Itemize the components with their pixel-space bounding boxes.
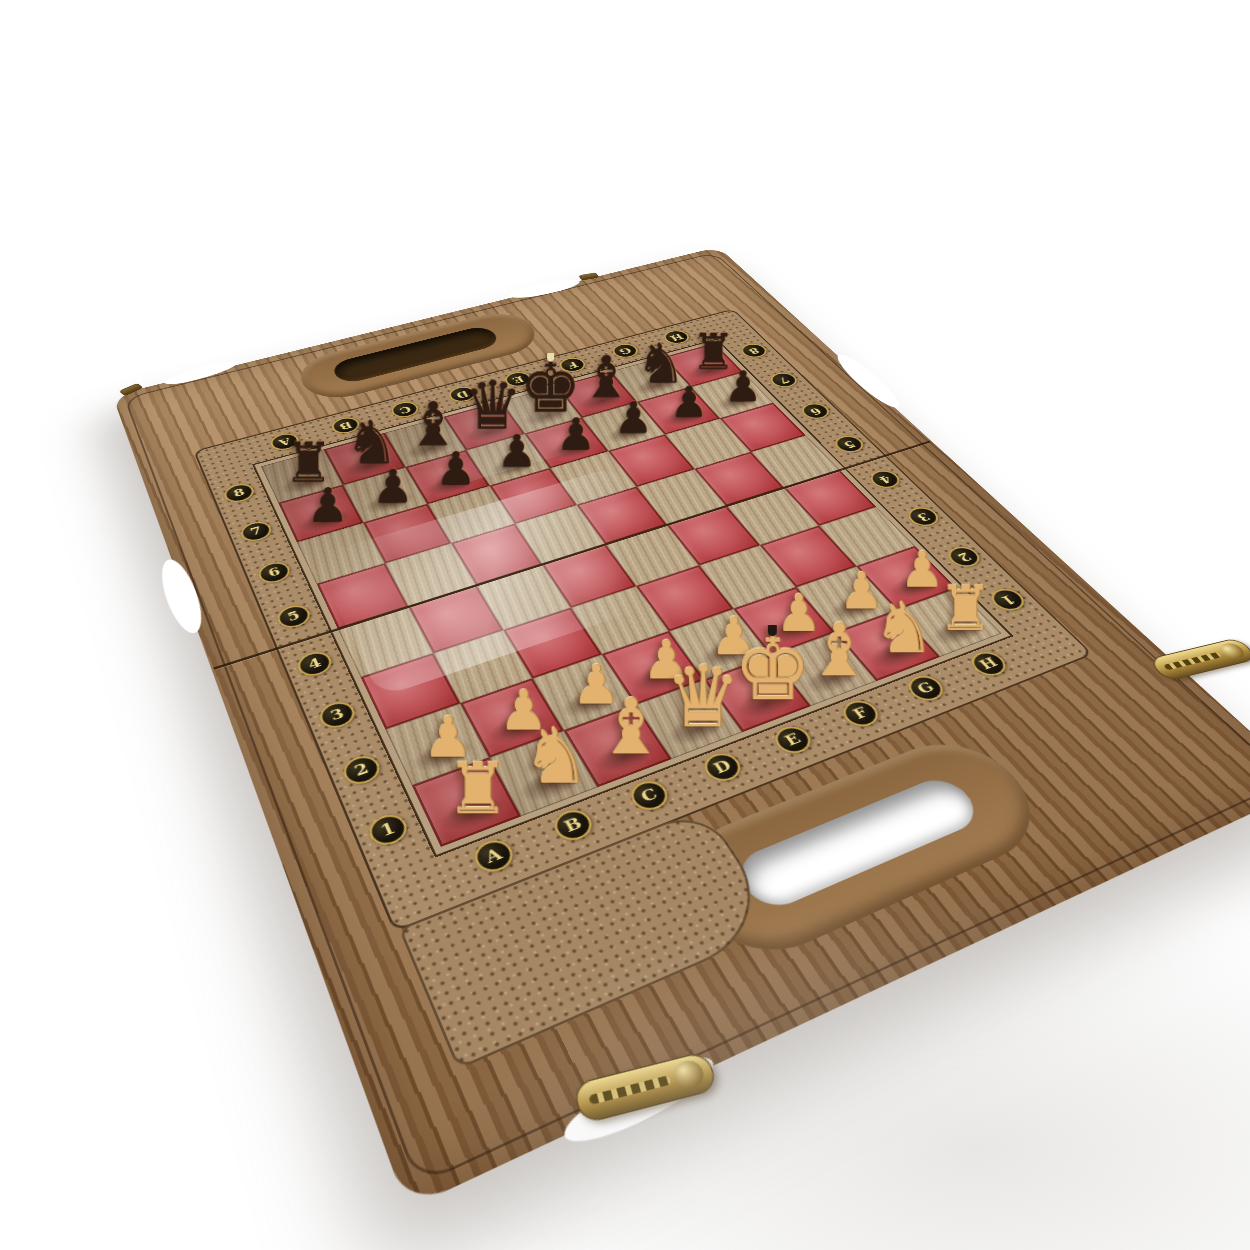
chess-board-box: ♜♞♝♛♚♝♞♜♟♟♟♟♟♟♟♟♟♟♟♟♟♟♟♟♜♞♝♛♚♝♞♜ AABBCCD… bbox=[112, 247, 1250, 1209]
decorative-edge-notch bbox=[154, 556, 209, 638]
brass-hinge-right[interactable] bbox=[1148, 637, 1250, 681]
black-pawn-f7[interactable]: ♟ bbox=[614, 396, 653, 439]
black-pawn-h7[interactable]: ♟ bbox=[725, 365, 763, 407]
square-b6[interactable] bbox=[363, 504, 451, 563]
white-rook-h1[interactable]: ♜ bbox=[938, 578, 993, 640]
white-king-e1[interactable]: ♚ bbox=[733, 625, 812, 713]
white-rook-a1[interactable]: ♜ bbox=[446, 754, 509, 825]
black-pawn-b7[interactable]: ♟ bbox=[373, 463, 414, 509]
black-pawn-a7[interactable]: ♟ bbox=[307, 481, 349, 528]
brass-clasp-left[interactable] bbox=[119, 383, 144, 396]
black-pawn-g7[interactable]: ♟ bbox=[670, 380, 708, 423]
white-queen-d1[interactable]: ♛ bbox=[665, 654, 741, 739]
black-pawn-e7[interactable]: ♟ bbox=[557, 412, 596, 456]
black-pawn-c7[interactable]: ♟ bbox=[436, 445, 477, 490]
board-scene: ♜♞♝♛♚♝♞♜♟♟♟♟♟♟♟♟♟♟♟♟♟♟♟♟♜♞♝♛♚♝♞♜ AABBCCD… bbox=[0, 0, 1250, 1250]
brass-clasp-top[interactable] bbox=[578, 272, 599, 280]
white-bishop-c1[interactable]: ♝ bbox=[596, 689, 665, 766]
white-knight-g1[interactable]: ♞ bbox=[872, 594, 934, 663]
product-photo-background: ♜♞♝♛♚♝♞♜♟♟♟♟♟♟♟♟♟♟♟♟♟♟♟♟♜♞♝♛♚♝♞♜ AABBCCD… bbox=[0, 0, 1250, 1250]
decorative-edge-notch bbox=[162, 358, 239, 388]
carry-handle-cutout-near[interactable] bbox=[730, 772, 987, 914]
white-bishop-f1[interactable]: ♝ bbox=[806, 614, 871, 687]
decorative-edge-notch bbox=[830, 352, 908, 411]
white-knight-b1[interactable]: ♞ bbox=[522, 718, 591, 794]
black-pawn-d7[interactable]: ♟ bbox=[497, 428, 537, 473]
decorative-edge-notch bbox=[506, 276, 583, 301]
